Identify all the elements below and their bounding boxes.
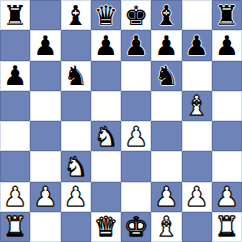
square-g7[interactable]: ♟: [182, 30, 212, 60]
black-knight[interactable]: ♞: [154, 62, 178, 89]
square-b1[interactable]: [30, 212, 60, 242]
black-bishop[interactable]: ♝: [154, 2, 178, 29]
black-rook[interactable]: ♜: [215, 2, 239, 29]
square-c8[interactable]: ♝: [61, 0, 91, 30]
square-g8[interactable]: [182, 0, 212, 30]
square-f5[interactable]: [151, 91, 181, 121]
white-pawn[interactable]: ♟: [185, 183, 209, 210]
black-pawn[interactable]: ♟: [154, 32, 178, 59]
square-h4[interactable]: [212, 121, 242, 151]
square-a1[interactable]: ♜: [0, 212, 30, 242]
square-d2[interactable]: [91, 182, 121, 212]
square-c4[interactable]: [61, 121, 91, 151]
square-c5[interactable]: [61, 91, 91, 121]
square-g5[interactable]: ♝: [182, 91, 212, 121]
square-e8[interactable]: ♚: [121, 0, 151, 30]
square-b8[interactable]: [30, 0, 60, 30]
square-b3[interactable]: [30, 151, 60, 181]
square-f8[interactable]: ♝: [151, 0, 181, 30]
white-rook[interactable]: ♜: [215, 213, 239, 240]
square-f4[interactable]: [151, 121, 181, 151]
black-pawn[interactable]: ♟: [215, 32, 239, 59]
square-b6[interactable]: [30, 61, 60, 91]
black-knight[interactable]: ♞: [64, 62, 88, 89]
square-g4[interactable]: [182, 121, 212, 151]
white-queen[interactable]: ♛: [94, 213, 118, 240]
square-d5[interactable]: [91, 91, 121, 121]
square-e6[interactable]: [121, 61, 151, 91]
square-d3[interactable]: [91, 151, 121, 181]
square-d8[interactable]: ♛: [91, 0, 121, 30]
square-b2[interactable]: ♟: [30, 182, 60, 212]
square-a5[interactable]: [0, 91, 30, 121]
square-f3[interactable]: [151, 151, 181, 181]
square-h1[interactable]: ♜: [212, 212, 242, 242]
black-pawn[interactable]: ♟: [3, 62, 27, 89]
black-pawn[interactable]: ♟: [124, 32, 148, 59]
square-f6[interactable]: ♞: [151, 61, 181, 91]
square-a7[interactable]: [0, 30, 30, 60]
square-b5[interactable]: [30, 91, 60, 121]
square-a4[interactable]: [0, 121, 30, 151]
square-a2[interactable]: ♟: [0, 182, 30, 212]
white-bishop[interactable]: ♝: [154, 213, 178, 240]
square-h8[interactable]: ♜: [212, 0, 242, 30]
square-c3[interactable]: ♞: [61, 151, 91, 181]
white-pawn[interactable]: ♟: [124, 123, 148, 150]
square-c2[interactable]: ♟: [61, 182, 91, 212]
white-pawn[interactable]: ♟: [215, 183, 239, 210]
square-h2[interactable]: ♟: [212, 182, 242, 212]
black-pawn[interactable]: ♟: [33, 32, 57, 59]
white-pawn[interactable]: ♟: [154, 183, 178, 210]
square-f2[interactable]: ♟: [151, 182, 181, 212]
square-e3[interactable]: [121, 151, 151, 181]
square-b4[interactable]: [30, 121, 60, 151]
square-a6[interactable]: ♟: [0, 61, 30, 91]
square-f1[interactable]: ♝: [151, 212, 181, 242]
black-queen[interactable]: ♛: [94, 2, 118, 29]
square-e4[interactable]: ♟: [121, 121, 151, 151]
square-c6[interactable]: ♞: [61, 61, 91, 91]
white-rook[interactable]: ♜: [3, 213, 27, 240]
square-c7[interactable]: [61, 30, 91, 60]
chess-board: ♜♝♛♚♝♜♟♟♟♟♟♟♟♞♞♝♞♟♞♟♟♟♟♟♟♜♛♚♝♜: [0, 0, 242, 242]
black-pawn[interactable]: ♟: [94, 32, 118, 59]
white-bishop[interactable]: ♝: [185, 92, 209, 119]
black-bishop[interactable]: ♝: [64, 2, 88, 29]
square-h3[interactable]: [212, 151, 242, 181]
square-g2[interactable]: ♟: [182, 182, 212, 212]
square-d6[interactable]: [91, 61, 121, 91]
square-h7[interactable]: ♟: [212, 30, 242, 60]
white-pawn[interactable]: ♟: [64, 183, 88, 210]
square-e1[interactable]: ♚: [121, 212, 151, 242]
square-d4[interactable]: ♞: [91, 121, 121, 151]
white-king[interactable]: ♚: [124, 213, 148, 240]
black-pawn[interactable]: ♟: [185, 32, 209, 59]
white-pawn[interactable]: ♟: [33, 183, 57, 210]
square-f7[interactable]: ♟: [151, 30, 181, 60]
white-pawn[interactable]: ♟: [3, 183, 27, 210]
square-e5[interactable]: [121, 91, 151, 121]
square-e2[interactable]: [121, 182, 151, 212]
square-g3[interactable]: [182, 151, 212, 181]
square-d7[interactable]: ♟: [91, 30, 121, 60]
square-h6[interactable]: [212, 61, 242, 91]
square-a3[interactable]: [0, 151, 30, 181]
square-e7[interactable]: ♟: [121, 30, 151, 60]
square-a8[interactable]: ♜: [0, 0, 30, 30]
white-knight[interactable]: ♞: [64, 153, 88, 180]
black-king[interactable]: ♚: [124, 2, 148, 29]
square-d1[interactable]: ♛: [91, 212, 121, 242]
square-c1[interactable]: [61, 212, 91, 242]
square-g6[interactable]: [182, 61, 212, 91]
square-b7[interactable]: ♟: [30, 30, 60, 60]
black-rook[interactable]: ♜: [3, 2, 27, 29]
white-knight[interactable]: ♞: [94, 123, 118, 150]
square-h5[interactable]: [212, 91, 242, 121]
square-g1[interactable]: [182, 212, 212, 242]
